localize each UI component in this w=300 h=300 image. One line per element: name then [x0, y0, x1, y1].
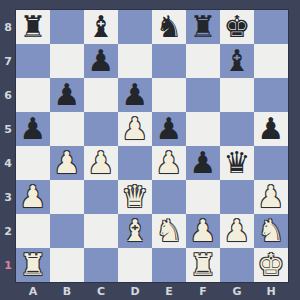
black-bishop-g7[interactable]: ♝	[224, 44, 251, 78]
file-label-g: G	[220, 282, 254, 300]
square-e3[interactable]	[152, 180, 186, 214]
square-d8[interactable]	[118, 10, 152, 44]
rank-label-8: 8	[0, 10, 16, 44]
square-c5[interactable]	[84, 112, 118, 146]
square-a7[interactable]	[16, 44, 50, 78]
square-d6[interactable]: ♟	[118, 78, 152, 112]
rank-label-7: 7	[0, 44, 16, 78]
square-g7[interactable]: ♝	[220, 44, 254, 78]
square-b5[interactable]	[50, 112, 84, 146]
square-a5[interactable]: ♟	[16, 112, 50, 146]
square-d1[interactable]	[118, 248, 152, 282]
black-queen-g4[interactable]: ♛	[224, 146, 251, 180]
rank-label-2: 2	[0, 214, 16, 248]
square-a6[interactable]	[16, 78, 50, 112]
white-pawn-g2[interactable]: ♟	[224, 214, 251, 248]
square-h1[interactable]: ♚	[254, 248, 288, 282]
file-label-h: H	[254, 282, 288, 300]
square-e8[interactable]: ♞	[152, 10, 186, 44]
square-d2[interactable]: ♝	[118, 214, 152, 248]
white-pawn-b4[interactable]: ♟	[54, 146, 81, 180]
square-g4[interactable]: ♛	[220, 146, 254, 180]
black-pawn-d6[interactable]: ♟	[122, 78, 149, 112]
file-label-e: E	[152, 282, 186, 300]
square-a2[interactable]	[16, 214, 50, 248]
black-pawn-f4[interactable]: ♟	[190, 146, 217, 180]
file-label-f: F	[186, 282, 220, 300]
square-e2[interactable]: ♞	[152, 214, 186, 248]
white-queen-d3[interactable]: ♛	[122, 180, 149, 214]
black-bishop-c8[interactable]: ♝	[88, 10, 115, 44]
square-g6[interactable]	[220, 78, 254, 112]
black-pawn-e5[interactable]: ♟	[156, 112, 183, 146]
chess-board-frame: 87654321 ♜♝♞♜♚♟♝♟♟♟♟♟♟♟♟♟♟♛♟♛♟♝♞♟♟♞♜♜♚ A…	[0, 0, 300, 300]
square-g3[interactable]	[220, 180, 254, 214]
square-h6[interactable]	[254, 78, 288, 112]
square-h2[interactable]: ♞	[254, 214, 288, 248]
square-c6[interactable]	[84, 78, 118, 112]
white-rook-f1[interactable]: ♜	[190, 248, 217, 282]
white-rook-a1[interactable]: ♜	[20, 248, 47, 282]
white-pawn-c4[interactable]: ♟	[88, 146, 115, 180]
square-a3[interactable]: ♟	[16, 180, 50, 214]
white-knight-e2[interactable]: ♞	[156, 214, 183, 248]
square-g5[interactable]	[220, 112, 254, 146]
square-c2[interactable]	[84, 214, 118, 248]
square-a4[interactable]	[16, 146, 50, 180]
black-king-g8[interactable]: ♚	[224, 10, 251, 44]
black-rook-a8[interactable]: ♜	[20, 10, 47, 44]
rank-label-1: 1	[0, 248, 16, 282]
square-g1[interactable]	[220, 248, 254, 282]
square-d3[interactable]: ♛	[118, 180, 152, 214]
square-f2[interactable]: ♟	[186, 214, 220, 248]
square-f5[interactable]	[186, 112, 220, 146]
square-b8[interactable]	[50, 10, 84, 44]
white-pawn-f2[interactable]: ♟	[190, 214, 217, 248]
square-c3[interactable]	[84, 180, 118, 214]
square-h4[interactable]	[254, 146, 288, 180]
file-label-b: B	[50, 282, 84, 300]
square-f3[interactable]	[186, 180, 220, 214]
black-rook-f8[interactable]: ♜	[190, 10, 217, 44]
file-coordinates: ABCDEFGH	[16, 282, 288, 300]
file-label-a: A	[16, 282, 50, 300]
square-b7[interactable]	[50, 44, 84, 78]
file-label-d: D	[118, 282, 152, 300]
square-b6[interactable]: ♟	[50, 78, 84, 112]
square-a8[interactable]: ♜	[16, 10, 50, 44]
square-f8[interactable]: ♜	[186, 10, 220, 44]
square-d4[interactable]	[118, 146, 152, 180]
square-b4[interactable]: ♟	[50, 146, 84, 180]
square-h3[interactable]: ♟	[254, 180, 288, 214]
rank-coordinates: 87654321	[0, 10, 16, 282]
square-d7[interactable]	[118, 44, 152, 78]
square-e1[interactable]	[152, 248, 186, 282]
white-king-h1[interactable]: ♚	[258, 248, 285, 282]
square-f4[interactable]: ♟	[186, 146, 220, 180]
square-e5[interactable]: ♟	[152, 112, 186, 146]
square-d5[interactable]: ♟	[118, 112, 152, 146]
black-pawn-a5[interactable]: ♟	[20, 112, 47, 146]
square-g8[interactable]: ♚	[220, 10, 254, 44]
white-pawn-e4[interactable]: ♟	[156, 146, 183, 180]
square-h8[interactable]	[254, 10, 288, 44]
black-pawn-b6[interactable]: ♟	[54, 78, 81, 112]
white-bishop-d2[interactable]: ♝	[122, 214, 149, 248]
rank-label-3: 3	[0, 180, 16, 214]
square-b2[interactable]	[50, 214, 84, 248]
square-h5[interactable]: ♟	[254, 112, 288, 146]
file-label-c: C	[84, 282, 118, 300]
square-e6[interactable]	[152, 78, 186, 112]
rank-label-4: 4	[0, 146, 16, 180]
square-h7[interactable]	[254, 44, 288, 78]
square-g2[interactable]: ♟	[220, 214, 254, 248]
square-e7[interactable]	[152, 44, 186, 78]
white-pawn-a3[interactable]: ♟	[20, 180, 47, 214]
square-c8[interactable]: ♝	[84, 10, 118, 44]
square-c7[interactable]: ♟	[84, 44, 118, 78]
white-pawn-d5[interactable]: ♟	[122, 112, 149, 146]
square-a1[interactable]: ♜	[16, 248, 50, 282]
square-f7[interactable]	[186, 44, 220, 78]
rank-label-6: 6	[0, 78, 16, 112]
square-f1[interactable]: ♜	[186, 248, 220, 282]
rank-label-5: 5	[0, 112, 16, 146]
black-pawn-c7[interactable]: ♟	[88, 44, 115, 78]
chess-board: ♜♝♞♜♚♟♝♟♟♟♟♟♟♟♟♟♟♛♟♛♟♝♞♟♟♞♜♜♚	[16, 10, 288, 282]
square-c1[interactable]	[84, 248, 118, 282]
black-pawn-h5[interactable]: ♟	[258, 112, 285, 146]
black-knight-e8[interactable]: ♞	[156, 10, 183, 44]
square-c4[interactable]: ♟	[84, 146, 118, 180]
square-b1[interactable]	[50, 248, 84, 282]
square-b3[interactable]	[50, 180, 84, 214]
square-e4[interactable]: ♟	[152, 146, 186, 180]
square-f6[interactable]	[186, 78, 220, 112]
white-knight-h2[interactable]: ♞	[258, 214, 285, 248]
white-pawn-h3[interactable]: ♟	[258, 180, 285, 214]
